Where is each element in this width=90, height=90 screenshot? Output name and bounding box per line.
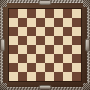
square-f7[interactable] <box>54 18 63 27</box>
square-d8[interactable] <box>36 9 45 18</box>
square-c4[interactable] <box>27 45 36 54</box>
square-a8[interactable] <box>9 9 18 18</box>
square-g6[interactable] <box>63 27 72 36</box>
square-h7[interactable] <box>72 18 81 27</box>
corner-mosaic-top-left <box>0 0 7 7</box>
chess-board <box>8 8 82 82</box>
square-a4[interactable] <box>9 45 18 54</box>
square-g2[interactable] <box>63 63 72 72</box>
square-b8[interactable] <box>18 9 27 18</box>
square-c6[interactable] <box>27 27 36 36</box>
square-a1[interactable] <box>9 72 18 81</box>
square-g1[interactable] <box>63 72 72 81</box>
medallion-right <box>85 39 90 52</box>
square-h6[interactable] <box>72 27 81 36</box>
square-e7[interactable] <box>45 18 54 27</box>
square-e1[interactable] <box>45 72 54 81</box>
square-h8[interactable] <box>72 9 81 18</box>
square-d6[interactable] <box>36 27 45 36</box>
square-c1[interactable] <box>27 72 36 81</box>
square-b7[interactable] <box>18 18 27 27</box>
square-e5[interactable] <box>45 36 54 45</box>
square-d7[interactable] <box>36 18 45 27</box>
chessboard-photo <box>0 0 90 90</box>
square-d3[interactable] <box>36 54 45 63</box>
square-g3[interactable] <box>63 54 72 63</box>
square-c2[interactable] <box>27 63 36 72</box>
square-b3[interactable] <box>18 54 27 63</box>
square-c3[interactable] <box>27 54 36 63</box>
square-h3[interactable] <box>72 54 81 63</box>
square-e8[interactable] <box>45 9 54 18</box>
square-g5[interactable] <box>63 36 72 45</box>
square-c5[interactable] <box>27 36 36 45</box>
corner-mosaic-top-right <box>83 0 90 7</box>
square-d5[interactable] <box>36 36 45 45</box>
square-c8[interactable] <box>27 9 36 18</box>
square-g8[interactable] <box>63 9 72 18</box>
square-f2[interactable] <box>54 63 63 72</box>
square-b1[interactable] <box>18 72 27 81</box>
square-b4[interactable] <box>18 45 27 54</box>
square-b2[interactable] <box>18 63 27 72</box>
square-h1[interactable] <box>72 72 81 81</box>
square-e6[interactable] <box>45 27 54 36</box>
corner-mosaic-bottom-right <box>83 83 90 90</box>
corner-mosaic-bottom-left <box>0 83 7 90</box>
square-f8[interactable] <box>54 9 63 18</box>
square-f4[interactable] <box>54 45 63 54</box>
square-d4[interactable] <box>36 45 45 54</box>
medallion-left <box>0 39 5 52</box>
square-h4[interactable] <box>72 45 81 54</box>
square-h5[interactable] <box>72 36 81 45</box>
square-e3[interactable] <box>45 54 54 63</box>
medallion-top <box>39 0 52 5</box>
square-g4[interactable] <box>63 45 72 54</box>
square-f6[interactable] <box>54 27 63 36</box>
square-a6[interactable] <box>9 27 18 36</box>
square-e2[interactable] <box>45 63 54 72</box>
square-b5[interactable] <box>18 36 27 45</box>
square-h2[interactable] <box>72 63 81 72</box>
square-d2[interactable] <box>36 63 45 72</box>
square-e4[interactable] <box>45 45 54 54</box>
square-a3[interactable] <box>9 54 18 63</box>
square-f1[interactable] <box>54 72 63 81</box>
square-a7[interactable] <box>9 18 18 27</box>
square-g7[interactable] <box>63 18 72 27</box>
square-c7[interactable] <box>27 18 36 27</box>
square-b6[interactable] <box>18 27 27 36</box>
square-f3[interactable] <box>54 54 63 63</box>
medallion-bottom <box>39 85 52 90</box>
square-a5[interactable] <box>9 36 18 45</box>
square-a2[interactable] <box>9 63 18 72</box>
square-d1[interactable] <box>36 72 45 81</box>
square-f5[interactable] <box>54 36 63 45</box>
